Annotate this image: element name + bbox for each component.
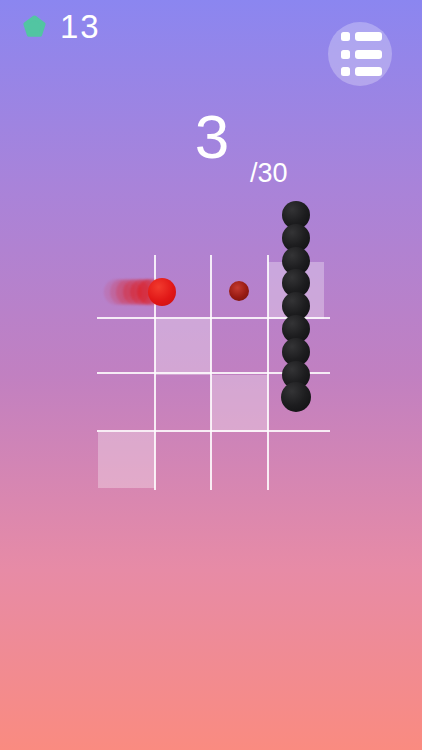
progress-total: /30	[250, 160, 288, 187]
menu-icon-square	[341, 67, 350, 76]
menu-icon-square	[341, 50, 350, 59]
grid-line-horizontal	[97, 430, 330, 432]
food-ball	[229, 281, 249, 301]
menu-button[interactable]	[328, 22, 392, 86]
gem-counter: 13	[21, 10, 101, 43]
menu-icon-bar	[355, 50, 382, 59]
menu-list-icon	[341, 32, 382, 76]
menu-icon-bar	[355, 67, 382, 76]
menu-icon-row	[341, 50, 382, 59]
menu-icon-square	[341, 32, 350, 41]
board-shaded-cell	[98, 432, 155, 489]
menu-icon-bar	[355, 32, 382, 41]
player-ball-trail	[104, 279, 130, 305]
progress-current: 3	[162, 106, 262, 168]
menu-icon-row	[341, 32, 382, 41]
board-shaded-cell	[211, 375, 268, 432]
gem-count: 13	[60, 10, 101, 43]
snake-ball-segment	[281, 382, 311, 412]
menu-icon-row	[341, 67, 382, 76]
player-ball	[148, 278, 176, 306]
game-screen: 13 3 /30	[0, 0, 422, 750]
board-shaded-cell	[155, 319, 212, 376]
gem-pentagon-icon	[21, 13, 48, 40]
